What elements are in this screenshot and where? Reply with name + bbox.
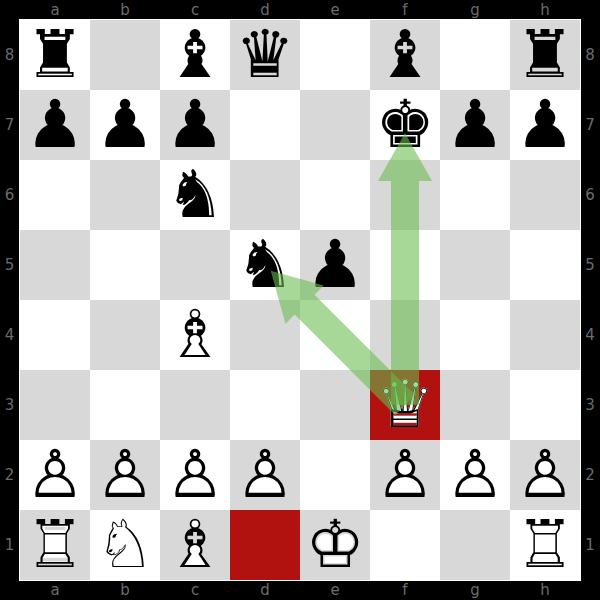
rank-label-3: 3 (580, 370, 600, 440)
square-b5[interactable] (90, 230, 160, 300)
black-pawn[interactable]: ♟ (440, 90, 510, 160)
square-f7[interactable]: ♚ (370, 90, 440, 160)
rank-label-2: 2 (580, 440, 600, 510)
square-g6[interactable] (440, 160, 510, 230)
square-d1[interactable] (230, 510, 300, 580)
square-c2[interactable]: ♟♙ (160, 440, 230, 510)
square-f6[interactable] (370, 160, 440, 230)
square-a8[interactable]: ♜ (20, 20, 90, 90)
white-bishop-outline-glyph: ♗ (160, 300, 230, 370)
square-b1[interactable]: ♞♘ (90, 510, 160, 580)
black-bishop[interactable]: ♝ (370, 20, 440, 90)
square-g1[interactable] (440, 510, 510, 580)
square-b7[interactable]: ♟ (90, 90, 160, 160)
white-pawn[interactable]: ♟♙ (230, 440, 300, 510)
square-f8[interactable]: ♝ (370, 20, 440, 90)
file-label-b: b (90, 580, 160, 600)
square-d5[interactable]: ♞ (230, 230, 300, 300)
square-h3[interactable] (510, 370, 580, 440)
black-knight[interactable]: ♞ (230, 230, 300, 300)
square-e5[interactable]: ♟ (300, 230, 370, 300)
square-b2[interactable]: ♟♙ (90, 440, 160, 510)
square-b3[interactable] (90, 370, 160, 440)
square-a6[interactable] (20, 160, 90, 230)
file-labels-bottom: abcdefgh (20, 580, 580, 600)
white-pawn-outline-glyph: ♙ (440, 440, 510, 510)
black-pawn[interactable]: ♟ (160, 90, 230, 160)
rank-label-3: 3 (0, 370, 19, 440)
file-label-c: c (160, 580, 230, 600)
rank-labels-right: 87654321 (580, 20, 600, 580)
square-g3[interactable] (440, 370, 510, 440)
square-d4[interactable] (230, 300, 300, 370)
white-king-outline-glyph: ♔ (300, 510, 370, 580)
white-pawn-outline-glyph: ♙ (160, 440, 230, 510)
square-d6[interactable] (230, 160, 300, 230)
square-d2[interactable]: ♟♙ (230, 440, 300, 510)
file-label-h: h (510, 580, 580, 600)
black-pawn[interactable]: ♟ (300, 230, 370, 300)
white-pawn-outline-glyph: ♙ (20, 440, 90, 510)
file-label-e: e (300, 580, 370, 600)
file-label-d: d (230, 580, 300, 600)
square-a7[interactable]: ♟ (20, 90, 90, 160)
file-labels-top: abcdefgh (20, 0, 580, 19)
square-d3[interactable] (230, 370, 300, 440)
square-g7[interactable]: ♟ (440, 90, 510, 160)
black-rook[interactable]: ♜ (510, 20, 580, 90)
square-f3[interactable]: ♛♕ (370, 370, 440, 440)
white-pawn-outline-glyph: ♙ (230, 440, 300, 510)
rank-label-2: 2 (0, 440, 19, 510)
file-label-e: e (300, 0, 370, 19)
square-e1[interactable]: ♚♔ (300, 510, 370, 580)
black-king[interactable]: ♚ (370, 90, 440, 160)
white-pawn[interactable]: ♟♙ (370, 440, 440, 510)
square-c3[interactable] (160, 370, 230, 440)
square-c7[interactable]: ♟ (160, 90, 230, 160)
file-label-f: f (370, 580, 440, 600)
square-g4[interactable] (440, 300, 510, 370)
square-a1[interactable]: ♜♖ (20, 510, 90, 580)
white-pawn[interactable]: ♟♙ (160, 440, 230, 510)
square-f4[interactable] (370, 300, 440, 370)
board-frame: abcdefgh abcdefgh 87654321 87654321 ♜♝♛♝… (0, 0, 600, 600)
file-label-g: g (440, 580, 510, 600)
square-h5[interactable] (510, 230, 580, 300)
square-h8[interactable]: ♜ (510, 20, 580, 90)
square-d8[interactable]: ♛ (230, 20, 300, 90)
black-bishop[interactable]: ♝ (160, 20, 230, 90)
square-e8[interactable] (300, 20, 370, 90)
rank-label-7: 7 (0, 90, 19, 160)
black-knight[interactable]: ♞ (160, 160, 230, 230)
white-queen-outline-glyph: ♕ (370, 370, 440, 440)
rank-label-6: 6 (0, 160, 19, 230)
square-b6[interactable] (90, 160, 160, 230)
square-h7[interactable]: ♟ (510, 90, 580, 160)
rank-label-5: 5 (580, 230, 600, 300)
square-e2[interactable] (300, 440, 370, 510)
white-rook[interactable]: ♜♖ (510, 510, 580, 580)
square-h6[interactable] (510, 160, 580, 230)
black-pawn[interactable]: ♟ (20, 90, 90, 160)
square-f2[interactable]: ♟♙ (370, 440, 440, 510)
rank-labels-left: 87654321 (0, 20, 19, 580)
white-pawn[interactable]: ♟♙ (20, 440, 90, 510)
white-queen[interactable]: ♛♕ (370, 370, 440, 440)
rank-label-8: 8 (580, 20, 600, 90)
square-d7[interactable] (230, 90, 300, 160)
white-knight-outline-glyph: ♘ (90, 510, 160, 580)
square-c1[interactable]: ♝♗ (160, 510, 230, 580)
white-pawn[interactable]: ♟♙ (440, 440, 510, 510)
black-pawn[interactable]: ♟ (510, 90, 580, 160)
square-g5[interactable] (440, 230, 510, 300)
square-c4[interactable]: ♝♗ (160, 300, 230, 370)
rank-label-4: 4 (0, 300, 19, 370)
white-pawn-outline-glyph: ♙ (370, 440, 440, 510)
square-g8[interactable] (440, 20, 510, 90)
rank-label-1: 1 (580, 510, 600, 580)
white-bishop[interactable]: ♝♗ (160, 300, 230, 370)
white-pawn[interactable]: ♟♙ (510, 440, 580, 510)
file-label-g: g (440, 0, 510, 19)
white-pawn-outline-glyph: ♙ (510, 440, 580, 510)
square-c6[interactable]: ♞ (160, 160, 230, 230)
rank-label-1: 1 (0, 510, 19, 580)
square-c5[interactable] (160, 230, 230, 300)
white-rook[interactable]: ♜♖ (20, 510, 90, 580)
rank-label-4: 4 (580, 300, 600, 370)
white-pawn-outline-glyph: ♙ (90, 440, 160, 510)
square-e7[interactable] (300, 90, 370, 160)
rank-label-5: 5 (0, 230, 19, 300)
square-h2[interactable]: ♟♙ (510, 440, 580, 510)
black-pawn[interactable]: ♟ (90, 90, 160, 160)
square-f5[interactable] (370, 230, 440, 300)
square-a2[interactable]: ♟♙ (20, 440, 90, 510)
chess-board: ♜♝♛♝♜♟♟♟♚♟♟♞♞♟♝♗♛♕♟♙♟♙♟♙♟♙♟♙♟♙♟♙♜♖♞♘♝♗♚♔… (19, 19, 581, 581)
square-e4[interactable] (300, 300, 370, 370)
white-bishop-outline-glyph: ♗ (160, 510, 230, 580)
square-b4[interactable] (90, 300, 160, 370)
square-e3[interactable] (300, 370, 370, 440)
white-rook-outline-glyph: ♖ (20, 510, 90, 580)
square-a5[interactable] (20, 230, 90, 300)
square-c8[interactable]: ♝ (160, 20, 230, 90)
square-a4[interactable] (20, 300, 90, 370)
file-label-b: b (90, 0, 160, 19)
square-e6[interactable] (300, 160, 370, 230)
black-queen[interactable]: ♛ (230, 20, 300, 90)
white-knight[interactable]: ♞♘ (90, 510, 160, 580)
white-bishop[interactable]: ♝♗ (160, 510, 230, 580)
file-label-a: a (20, 580, 90, 600)
square-f1[interactable] (370, 510, 440, 580)
white-king[interactable]: ♚♔ (300, 510, 370, 580)
black-rook[interactable]: ♜ (20, 20, 90, 90)
white-rook-outline-glyph: ♖ (510, 510, 580, 580)
square-g2[interactable]: ♟♙ (440, 440, 510, 510)
white-pawn[interactable]: ♟♙ (90, 440, 160, 510)
rank-label-7: 7 (580, 90, 600, 160)
square-h1[interactable]: ♜♖ (510, 510, 580, 580)
square-h4[interactable] (510, 300, 580, 370)
square-a3[interactable] (20, 370, 90, 440)
square-b8[interactable] (90, 20, 160, 90)
rank-label-8: 8 (0, 20, 19, 90)
rank-label-6: 6 (580, 160, 600, 230)
